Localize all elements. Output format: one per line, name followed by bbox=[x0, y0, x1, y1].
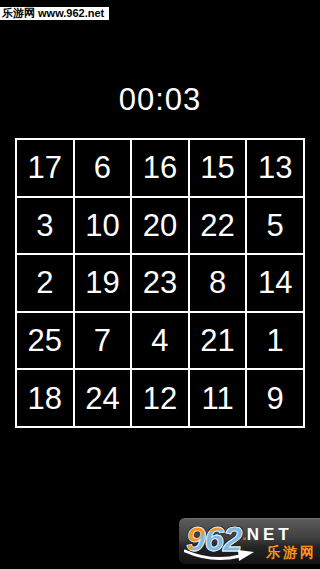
grid-cell-10[interactable]: 10 bbox=[75, 198, 131, 254]
grid-cell-12[interactable]: 12 bbox=[132, 370, 188, 426]
logo-dotnet-text: .NET bbox=[242, 526, 293, 543]
grid-cell-5[interactable]: 5 bbox=[247, 198, 303, 254]
watermark-962net-top: 乐游网 www.962.net bbox=[0, 7, 109, 20]
grid-cell-16[interactable]: 16 bbox=[132, 140, 188, 196]
grid-cell-17[interactable]: 17 bbox=[17, 140, 73, 196]
timer-display: 00:03 bbox=[0, 84, 320, 116]
logo-swoosh-arrow-icon bbox=[184, 548, 262, 564]
grid-cell-25[interactable]: 25 bbox=[17, 313, 73, 369]
watermark-962net-logo: 962 962 .NET 乐游网 bbox=[179, 518, 320, 564]
grid-cell-15[interactable]: 15 bbox=[190, 140, 246, 196]
grid-cell-2[interactable]: 2 bbox=[17, 255, 73, 311]
grid-cell-22[interactable]: 22 bbox=[190, 198, 246, 254]
grid-cell-4[interactable]: 4 bbox=[132, 313, 188, 369]
grid-cell-24[interactable]: 24 bbox=[75, 370, 131, 426]
logo-site-name: 乐游网 bbox=[266, 544, 317, 560]
grid-cell-7[interactable]: 7 bbox=[75, 313, 131, 369]
grid-cell-18[interactable]: 18 bbox=[17, 370, 73, 426]
grid-cell-19[interactable]: 19 bbox=[75, 255, 131, 311]
grid-cell-13[interactable]: 13 bbox=[247, 140, 303, 196]
grid-cell-14[interactable]: 14 bbox=[247, 255, 303, 311]
grid-cell-20[interactable]: 20 bbox=[132, 198, 188, 254]
grid-cell-21[interactable]: 21 bbox=[190, 313, 246, 369]
logo-net-text: NET bbox=[247, 525, 293, 544]
grid-cell-3[interactable]: 3 bbox=[17, 198, 73, 254]
grid-cell-9[interactable]: 9 bbox=[247, 370, 303, 426]
grid-cell-23[interactable]: 23 bbox=[132, 255, 188, 311]
grid-cell-8[interactable]: 8 bbox=[190, 255, 246, 311]
grid-cell-1[interactable]: 1 bbox=[247, 313, 303, 369]
grid-cell-6[interactable]: 6 bbox=[75, 140, 131, 196]
grid-cell-11[interactable]: 11 bbox=[190, 370, 246, 426]
board-grid: 1761615133102022521923814257421118241211… bbox=[15, 138, 305, 428]
